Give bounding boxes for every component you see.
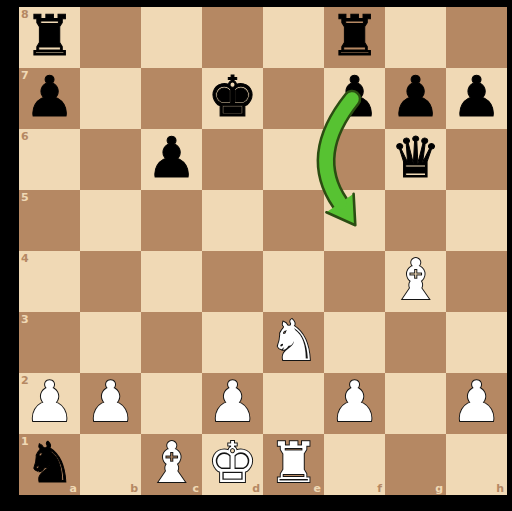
square-a5[interactable]: 5 [19,190,80,251]
square-g3[interactable] [385,312,446,373]
square-d7[interactable]: ♚ [202,68,263,129]
coord-rank-4: 4 [21,253,29,264]
square-c5[interactable] [141,190,202,251]
square-f8[interactable]: ♜ [324,7,385,68]
coord-rank-5: 5 [21,192,29,203]
chess-board: 8♜♜7♟♚♟♟♟6♟♛54♝3♞2♟♟♟♟♟1a♞bc♝d♚e♜fgh [19,7,507,495]
piece-black-knight-a1[interactable]: ♞ [19,434,80,495]
square-b6[interactable] [80,129,141,190]
coord-file-f: f [377,483,382,494]
square-h7[interactable]: ♟ [446,68,507,129]
square-b4[interactable] [80,251,141,312]
piece-black-king-d7[interactable]: ♚ [202,68,263,129]
square-g4[interactable]: ♝ [385,251,446,312]
piece-black-pawn-a7[interactable]: ♟ [19,68,80,129]
square-g2[interactable] [385,373,446,434]
square-f6[interactable] [324,129,385,190]
square-g7[interactable]: ♟ [385,68,446,129]
square-c8[interactable] [141,7,202,68]
square-f3[interactable] [324,312,385,373]
square-e8[interactable] [263,7,324,68]
square-e6[interactable] [263,129,324,190]
square-d4[interactable] [202,251,263,312]
square-f1[interactable]: f [324,434,385,495]
piece-white-bishop-g4[interactable]: ♝ [385,251,446,312]
square-e7[interactable] [263,68,324,129]
piece-black-rook-f8[interactable]: ♜ [324,7,385,68]
square-d5[interactable] [202,190,263,251]
piece-white-rook-e1[interactable]: ♜ [263,434,324,495]
square-g8[interactable] [385,7,446,68]
square-f2[interactable]: ♟ [324,373,385,434]
piece-black-queen-g6[interactable]: ♛ [385,129,446,190]
piece-white-bishop-c1[interactable]: ♝ [141,434,202,495]
square-g1[interactable]: g [385,434,446,495]
square-c7[interactable] [141,68,202,129]
square-d6[interactable] [202,129,263,190]
piece-black-rook-a8[interactable]: ♜ [19,7,80,68]
square-f5[interactable] [324,190,385,251]
square-h2[interactable]: ♟ [446,373,507,434]
coord-rank-6: 6 [21,131,29,142]
square-h3[interactable] [446,312,507,373]
square-e2[interactable] [263,373,324,434]
square-e5[interactable] [263,190,324,251]
piece-white-knight-e3[interactable]: ♞ [263,312,324,373]
square-d1[interactable]: d♚ [202,434,263,495]
square-c4[interactable] [141,251,202,312]
chess-app-window: { "game": "chess", "position": { "fen": … [0,0,512,511]
square-b3[interactable] [80,312,141,373]
square-f7[interactable]: ♟ [324,68,385,129]
square-e4[interactable] [263,251,324,312]
square-b7[interactable] [80,68,141,129]
square-a8[interactable]: 8♜ [19,7,80,68]
square-e3[interactable]: ♞ [263,312,324,373]
square-c2[interactable] [141,373,202,434]
piece-black-pawn-c6[interactable]: ♟ [141,129,202,190]
piece-black-pawn-h7[interactable]: ♟ [446,68,507,129]
square-a2[interactable]: 2♟ [19,373,80,434]
coord-file-g: g [435,483,443,494]
square-g5[interactable] [385,190,446,251]
square-c1[interactable]: c♝ [141,434,202,495]
piece-white-king-d1[interactable]: ♚ [202,434,263,495]
square-g6[interactable]: ♛ [385,129,446,190]
square-d2[interactable]: ♟ [202,373,263,434]
piece-black-pawn-g7[interactable]: ♟ [385,68,446,129]
square-h1[interactable]: h [446,434,507,495]
square-e1[interactable]: e♜ [263,434,324,495]
square-c6[interactable]: ♟ [141,129,202,190]
piece-black-pawn-f7[interactable]: ♟ [324,68,385,129]
square-h4[interactable] [446,251,507,312]
square-b5[interactable] [80,190,141,251]
square-h8[interactable] [446,7,507,68]
piece-white-pawn-d2[interactable]: ♟ [202,373,263,434]
square-d8[interactable] [202,7,263,68]
piece-white-pawn-b2[interactable]: ♟ [80,373,141,434]
coord-rank-3: 3 [21,314,29,325]
square-f4[interactable] [324,251,385,312]
square-h6[interactable] [446,129,507,190]
square-a4[interactable]: 4 [19,251,80,312]
square-a1[interactable]: 1a♞ [19,434,80,495]
coord-file-b: b [130,483,138,494]
square-b8[interactable] [80,7,141,68]
square-a6[interactable]: 6 [19,129,80,190]
square-c3[interactable] [141,312,202,373]
square-a3[interactable]: 3 [19,312,80,373]
piece-white-pawn-f2[interactable]: ♟ [324,373,385,434]
square-a7[interactable]: 7♟ [19,68,80,129]
coord-file-h: h [496,483,504,494]
piece-white-pawn-a2[interactable]: ♟ [19,373,80,434]
square-b2[interactable]: ♟ [80,373,141,434]
piece-white-pawn-h2[interactable]: ♟ [446,373,507,434]
square-h5[interactable] [446,190,507,251]
square-d3[interactable] [202,312,263,373]
square-b1[interactable]: b [80,434,141,495]
